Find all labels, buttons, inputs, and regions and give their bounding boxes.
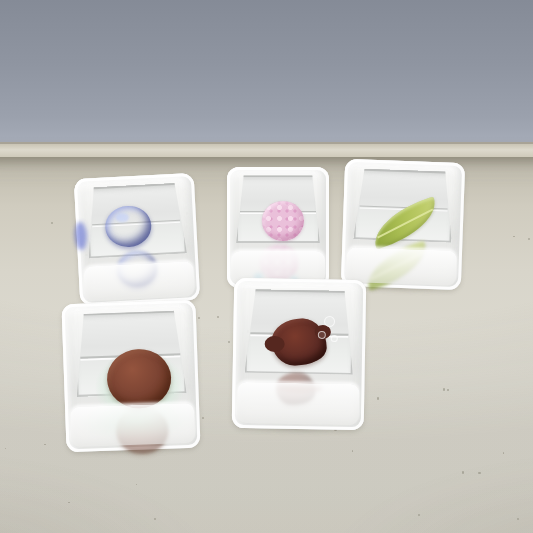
tray-speckle — [503, 452, 504, 453]
jelly-cube-blueberry — [74, 173, 200, 306]
red-bean-paste — [271, 318, 327, 366]
jelly-cube-green-leaf — [341, 159, 465, 290]
tray-speckle — [136, 484, 137, 485]
tray-speckle — [198, 317, 200, 319]
tray-speckle — [478, 472, 480, 474]
tray-speckle — [228, 341, 230, 343]
jelly-cube-pink-flower — [227, 167, 329, 288]
tray-speckle — [51, 222, 53, 224]
air-bubble — [324, 316, 335, 327]
tray-speckle — [5, 448, 6, 449]
berry-gloss-highlight — [115, 213, 129, 223]
jelly-cube-chocolate-disc — [61, 300, 200, 453]
tray-speckle — [447, 389, 449, 391]
bean-paste-lobe — [265, 336, 285, 352]
pink-flower — [262, 201, 304, 241]
tray-speckle — [44, 444, 45, 445]
cube-front-face-sheen — [70, 403, 195, 447]
cube-front-face-sheen — [237, 382, 359, 425]
cube-front-face-sheen — [83, 261, 195, 301]
photo-of-jelly-cubes-on-tray — [0, 0, 533, 533]
tray-speckle — [352, 450, 354, 452]
jelly-cube-red-bean-paste — [232, 278, 367, 430]
air-bubble — [331, 335, 338, 342]
